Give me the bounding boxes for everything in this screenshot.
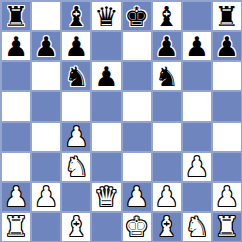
- black-knight[interactable]: ♞: [155, 63, 179, 90]
- square-b1[interactable]: [31, 212, 61, 242]
- square-e1[interactable]: ♚: [122, 212, 152, 242]
- black-pawn[interactable]: ♟: [4, 33, 28, 60]
- square-b5[interactable]: [31, 91, 61, 121]
- square-e4[interactable]: [122, 122, 152, 152]
- square-h3[interactable]: [212, 152, 242, 182]
- square-a8[interactable]: ♜: [1, 1, 31, 31]
- square-f5[interactable]: [152, 91, 182, 121]
- white-bishop[interactable]: ♝: [155, 213, 179, 240]
- black-pawn[interactable]: ♟: [155, 33, 179, 60]
- square-c2[interactable]: [61, 182, 91, 212]
- white-pawn[interactable]: ♟: [64, 123, 88, 150]
- white-bishop[interactable]: ♝: [64, 213, 88, 240]
- square-e6[interactable]: [122, 61, 152, 91]
- square-d1[interactable]: [91, 212, 121, 242]
- square-g1[interactable]: ♞: [182, 212, 212, 242]
- square-c1[interactable]: ♝: [61, 212, 91, 242]
- square-b6[interactable]: [31, 61, 61, 91]
- black-pawn[interactable]: ♟: [215, 33, 239, 60]
- square-h1[interactable]: ♜: [212, 212, 242, 242]
- black-bishop[interactable]: ♝: [155, 3, 179, 30]
- square-d4[interactable]: [91, 122, 121, 152]
- black-pawn[interactable]: ♟: [94, 63, 118, 90]
- black-queen[interactable]: ♛: [94, 3, 118, 30]
- white-pawn[interactable]: ♟: [34, 183, 58, 210]
- square-e3[interactable]: [122, 152, 152, 182]
- square-e8[interactable]: ♚: [122, 1, 152, 31]
- square-g5[interactable]: [182, 91, 212, 121]
- black-king[interactable]: ♚: [124, 3, 148, 30]
- square-a7[interactable]: ♟: [1, 31, 31, 61]
- white-knight[interactable]: ♞: [64, 153, 88, 180]
- white-pawn[interactable]: ♟: [215, 183, 239, 210]
- square-d5[interactable]: [91, 91, 121, 121]
- square-g4[interactable]: [182, 122, 212, 152]
- square-c7[interactable]: ♟: [61, 31, 91, 61]
- black-pawn[interactable]: ♟: [34, 33, 58, 60]
- chess-board: ♜♝♛♚♝♜♟♟♟♟♟♟♞♟♞♟♞♟♟♟♛♟♟♟♜♝♚♝♞♜: [0, 0, 242, 242]
- square-b2[interactable]: ♟: [31, 182, 61, 212]
- white-knight[interactable]: ♞: [185, 213, 209, 240]
- square-f6[interactable]: ♞: [152, 61, 182, 91]
- black-bishop[interactable]: ♝: [64, 3, 88, 30]
- square-g2[interactable]: [182, 182, 212, 212]
- square-f2[interactable]: ♟: [152, 182, 182, 212]
- square-c8[interactable]: ♝: [61, 1, 91, 31]
- square-g8[interactable]: [182, 1, 212, 31]
- square-a1[interactable]: ♜: [1, 212, 31, 242]
- square-d3[interactable]: [91, 152, 121, 182]
- white-pawn[interactable]: ♟: [185, 153, 209, 180]
- white-pawn[interactable]: ♟: [124, 183, 148, 210]
- square-f8[interactable]: ♝: [152, 1, 182, 31]
- square-f4[interactable]: [152, 122, 182, 152]
- square-a6[interactable]: [1, 61, 31, 91]
- white-queen[interactable]: ♛: [94, 183, 118, 210]
- square-b4[interactable]: [31, 122, 61, 152]
- square-f7[interactable]: ♟: [152, 31, 182, 61]
- square-c4[interactable]: ♟: [61, 122, 91, 152]
- white-pawn[interactable]: ♟: [155, 183, 179, 210]
- square-c3[interactable]: ♞: [61, 152, 91, 182]
- square-h4[interactable]: [212, 122, 242, 152]
- black-pawn[interactable]: ♟: [185, 33, 209, 60]
- square-h2[interactable]: ♟: [212, 182, 242, 212]
- square-c5[interactable]: [61, 91, 91, 121]
- square-f1[interactable]: ♝: [152, 212, 182, 242]
- square-d8[interactable]: ♛: [91, 1, 121, 31]
- square-g7[interactable]: ♟: [182, 31, 212, 61]
- square-b8[interactable]: [31, 1, 61, 31]
- square-g6[interactable]: [182, 61, 212, 91]
- square-e2[interactable]: ♟: [122, 182, 152, 212]
- square-a2[interactable]: ♟: [1, 182, 31, 212]
- square-g3[interactable]: ♟: [182, 152, 212, 182]
- white-pawn[interactable]: ♟: [4, 183, 28, 210]
- square-b3[interactable]: [31, 152, 61, 182]
- square-d7[interactable]: [91, 31, 121, 61]
- square-e5[interactable]: [122, 91, 152, 121]
- square-a5[interactable]: [1, 91, 31, 121]
- black-rook[interactable]: ♜: [215, 3, 239, 30]
- square-f3[interactable]: [152, 152, 182, 182]
- square-h5[interactable]: [212, 91, 242, 121]
- square-c6[interactable]: ♞: [61, 61, 91, 91]
- square-d2[interactable]: ♛: [91, 182, 121, 212]
- square-b7[interactable]: ♟: [31, 31, 61, 61]
- square-a3[interactable]: [1, 152, 31, 182]
- square-a4[interactable]: [1, 122, 31, 152]
- white-rook[interactable]: ♜: [215, 213, 239, 240]
- white-king[interactable]: ♚: [124, 213, 148, 240]
- square-e7[interactable]: [122, 31, 152, 61]
- white-rook[interactable]: ♜: [4, 213, 28, 240]
- black-pawn[interactable]: ♟: [64, 33, 88, 60]
- square-h8[interactable]: ♜: [212, 1, 242, 31]
- black-rook[interactable]: ♜: [4, 3, 28, 30]
- square-d6[interactable]: ♟: [91, 61, 121, 91]
- black-knight[interactable]: ♞: [64, 63, 88, 90]
- square-h7[interactable]: ♟: [212, 31, 242, 61]
- square-h6[interactable]: [212, 61, 242, 91]
